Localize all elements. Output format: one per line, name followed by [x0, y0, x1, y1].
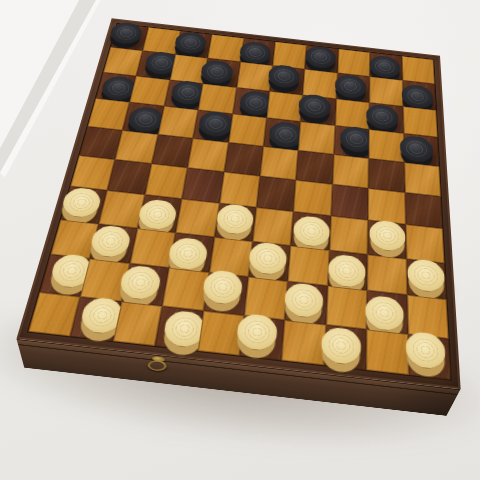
wood-grain [209, 237, 253, 277]
board-square[interactable] [203, 272, 248, 315]
board-square[interactable] [403, 106, 438, 137]
board-square[interactable] [402, 81, 436, 111]
board-square[interactable] [301, 95, 336, 126]
board-square[interactable] [407, 295, 449, 338]
board-square[interactable] [130, 76, 170, 106]
board-square[interactable] [270, 66, 305, 95]
wood-grain [253, 208, 294, 246]
board-square[interactable] [81, 259, 130, 301]
wood-grain [155, 306, 203, 351]
board-square[interactable] [208, 34, 244, 62]
light-checker-piece[interactable] [320, 326, 361, 366]
board-square[interactable] [335, 99, 370, 130]
wood-grain [294, 180, 333, 216]
wood-grain [256, 176, 296, 212]
board-square[interactable] [219, 172, 260, 208]
board-square[interactable] [370, 52, 402, 80]
wood-grain [404, 162, 441, 196]
wood-grain [366, 329, 408, 375]
board-square[interactable] [137, 195, 181, 233]
wood-grain [248, 241, 290, 281]
wood-grain [81, 259, 130, 301]
wood-grain [28, 292, 80, 337]
wood-grain [407, 295, 449, 338]
wood-grain [107, 160, 151, 195]
board-square[interactable] [291, 212, 331, 250]
board-square[interactable] [164, 80, 203, 110]
board-square[interactable] [248, 241, 290, 281]
dark-checker-piece[interactable] [108, 21, 144, 45]
wood-grain [282, 320, 326, 366]
wood-grain [145, 164, 188, 200]
board-square[interactable] [244, 277, 288, 320]
board-square[interactable] [367, 291, 408, 334]
wood-grain [137, 195, 181, 233]
board-square[interactable] [113, 301, 163, 346]
light-checker-piece[interactable] [88, 224, 133, 259]
board-square[interactable] [197, 310, 244, 355]
board-square[interactable] [236, 62, 272, 91]
light-checker-piece[interactable] [365, 295, 404, 333]
light-checker-piece[interactable] [327, 253, 365, 289]
wood-grain [408, 334, 451, 380]
board-square[interactable] [228, 114, 266, 146]
wood-grain [260, 146, 299, 180]
wood-grain [329, 216, 368, 254]
board-square[interactable] [240, 38, 275, 66]
wood-grain [61, 186, 108, 223]
wood-grain [90, 224, 137, 264]
light-checker-piece[interactable] [117, 264, 162, 301]
wood-grain [299, 122, 335, 154]
wood-grain [326, 286, 367, 329]
board-square[interactable] [282, 320, 326, 366]
board-square[interactable] [405, 225, 444, 264]
board-square[interactable] [369, 102, 403, 133]
board-square[interactable] [294, 180, 333, 216]
board-square[interactable] [51, 219, 100, 259]
wood-grain [240, 315, 286, 360]
board-square[interactable] [324, 324, 367, 370]
wood-grain [214, 203, 256, 241]
wood-grain [291, 212, 331, 250]
board-square[interactable] [198, 84, 236, 114]
board-square[interactable] [336, 73, 370, 102]
wood-grain [324, 324, 367, 370]
board-square[interactable] [240, 315, 286, 360]
wood-grain [228, 114, 266, 146]
wood-grain [203, 272, 248, 315]
board-square[interactable] [137, 51, 176, 80]
wood-grain [288, 246, 329, 286]
wood-grain [176, 199, 219, 237]
wood-grain [331, 184, 369, 220]
wood-grain [403, 106, 438, 137]
board-square[interactable] [329, 216, 368, 254]
brass-clasp-icon[interactable] [147, 355, 168, 374]
board-square[interactable] [263, 118, 300, 150]
wood-grain [151, 134, 193, 168]
dark-checker-piece[interactable] [238, 41, 272, 65]
board-square[interactable] [61, 186, 108, 223]
board-square[interactable] [368, 188, 405, 224]
board-square[interactable] [145, 164, 188, 200]
board-square[interactable] [175, 31, 212, 58]
board-square[interactable] [326, 286, 367, 329]
board-square[interactable] [370, 77, 403, 106]
board-square[interactable] [296, 150, 334, 184]
dark-checker-piece[interactable] [366, 103, 399, 130]
dark-checker-piece[interactable] [334, 73, 366, 99]
wood-grain [224, 142, 264, 176]
wood-grain [370, 77, 403, 106]
board-square[interactable] [404, 162, 441, 196]
wood-grain [405, 225, 444, 264]
wood-grain [367, 291, 408, 334]
board-square[interactable] [70, 155, 115, 190]
wood-grain [368, 220, 406, 258]
board-square[interactable] [232, 87, 269, 118]
wood-grain [182, 168, 224, 204]
board-square[interactable] [155, 306, 203, 351]
dark-checker-piece[interactable] [173, 31, 208, 55]
wood-grain [402, 56, 435, 84]
board-square[interactable] [40, 254, 90, 296]
board-square[interactable] [158, 106, 198, 138]
wood-grain [328, 250, 368, 291]
wood-grain [236, 62, 272, 91]
dark-checker-piece[interactable] [200, 59, 235, 84]
board-square[interactable] [402, 56, 435, 84]
photo-stage [0, 0, 480, 480]
board-square[interactable] [253, 208, 294, 246]
dark-checker-piece[interactable] [399, 135, 433, 164]
board-square[interactable] [256, 176, 296, 212]
board-square[interactable] [406, 259, 446, 300]
board-square[interactable] [193, 110, 232, 142]
light-checker-piece[interactable] [48, 253, 95, 290]
board-square[interactable] [337, 49, 370, 77]
board-square[interactable] [203, 58, 240, 87]
board-square[interactable] [334, 126, 369, 158]
light-checker-piece[interactable] [136, 198, 178, 231]
board-square[interactable] [151, 134, 193, 168]
wood-grain [130, 228, 176, 268]
light-checker-piece[interactable] [215, 202, 255, 235]
board-square[interactable] [182, 168, 224, 204]
wood-grain [198, 84, 236, 114]
wood-grain [368, 158, 404, 192]
board-square[interactable] [176, 199, 219, 237]
board-square[interactable] [285, 281, 328, 324]
light-checker-piece[interactable] [167, 236, 210, 271]
board-square[interactable] [368, 158, 404, 192]
board-square[interactable] [162, 268, 209, 310]
board-square[interactable] [90, 224, 137, 264]
wood-grain [130, 76, 170, 106]
wood-grain [122, 263, 170, 305]
board-square[interactable] [299, 122, 335, 154]
wood-grain [40, 254, 90, 296]
board-square[interactable] [169, 233, 214, 273]
wood-grain [296, 150, 334, 184]
board-square[interactable] [305, 45, 339, 73]
board-square[interactable] [367, 254, 407, 295]
wood-grain [162, 268, 209, 310]
wood-grain [188, 138, 229, 172]
board-square[interactable] [224, 142, 264, 176]
wood-grain [197, 310, 244, 355]
board-square[interactable] [70, 296, 121, 341]
dark-checker-piece[interactable] [304, 45, 336, 69]
wood-grain [335, 99, 370, 130]
wood-grain [406, 259, 446, 300]
board-square[interactable] [122, 263, 170, 305]
light-checker-piece[interactable] [407, 258, 446, 294]
board-square[interactable] [260, 146, 299, 180]
wood-grain [208, 34, 244, 62]
wood-grain [332, 154, 369, 188]
light-checker-piece[interactable] [78, 296, 126, 335]
light-checker-piece[interactable] [235, 312, 278, 351]
clasp-hook-icon [144, 359, 169, 373]
board-square[interactable] [107, 160, 151, 195]
wood-grain [368, 188, 405, 224]
light-checker-piece[interactable] [60, 186, 104, 219]
board-square[interactable] [328, 250, 368, 291]
board-square[interactable] [214, 203, 256, 241]
wood-grain [99, 191, 145, 228]
wood-grain [219, 172, 260, 208]
wood-grain [405, 192, 443, 228]
light-checker-piece[interactable] [292, 214, 330, 247]
board-square[interactable] [28, 292, 80, 337]
board-square[interactable] [99, 191, 145, 228]
wood-grain [367, 254, 407, 295]
board-square[interactable] [366, 329, 408, 375]
wood-grain [51, 219, 100, 259]
board-square[interactable] [130, 228, 176, 268]
board-square[interactable] [188, 138, 229, 172]
wood-grain [113, 301, 163, 346]
light-checker-piece[interactable] [405, 330, 446, 370]
wood-grain [70, 155, 115, 190]
light-checker-piece[interactable] [370, 219, 407, 252]
light-checker-piece[interactable] [201, 269, 244, 306]
dark-checker-piece[interactable] [401, 83, 433, 109]
board-square[interactable] [403, 133, 439, 166]
dark-checker-piece[interactable] [297, 93, 331, 120]
light-checker-piece[interactable] [248, 241, 288, 276]
board-square[interactable] [405, 192, 443, 228]
wood-grain [70, 296, 121, 341]
wood-grain [285, 281, 328, 324]
light-checker-piece[interactable] [283, 282, 324, 319]
dark-checker-piece[interactable] [370, 55, 401, 80]
board-square[interactable] [288, 246, 329, 286]
light-checker-piece[interactable] [162, 309, 208, 349]
wood-grain [244, 277, 288, 320]
board-square[interactable] [368, 220, 406, 258]
wood-grain [158, 106, 198, 138]
board-square[interactable] [331, 184, 369, 220]
wood-grain [169, 233, 214, 273]
board-square[interactable] [408, 334, 451, 380]
wood-grain [337, 49, 370, 77]
board-square[interactable] [332, 154, 369, 188]
board-square[interactable] [209, 237, 253, 277]
